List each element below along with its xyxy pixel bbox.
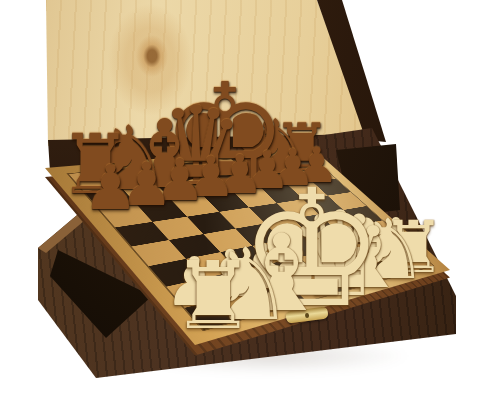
piece-light-rook-a1[interactable]: ♜ (171, 250, 254, 343)
chess-set-photo: ♜♞♝♛♚♝♞♜♟♟♟♟♟♟♟♟♟♟♟♟♟♟♟♟♜♞♝♚♛♝♞♜ (0, 0, 500, 400)
piece-dark-pawn-a7[interactable]: ♟ (83, 158, 138, 220)
